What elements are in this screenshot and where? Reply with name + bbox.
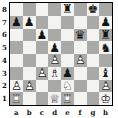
square-b5[interactable]	[23, 41, 36, 54]
square-g4[interactable]	[87, 54, 100, 67]
piece-black-bishop: ♝	[99, 67, 112, 80]
square-a3[interactable]	[10, 67, 23, 80]
file-label-a: a	[10, 107, 23, 117]
piece-white-king: ♚♔	[99, 92, 112, 105]
piece-black-queen: ♛	[74, 29, 87, 42]
piece-black-pawn: ♟	[23, 16, 36, 29]
square-e8[interactable]: ♜	[61, 3, 74, 16]
square-f1[interactable]	[74, 92, 87, 105]
square-b1[interactable]	[23, 92, 36, 105]
rank-label-7: 7	[0, 16, 9, 29]
square-d8[interactable]	[48, 3, 61, 16]
square-c2[interactable]	[36, 80, 49, 93]
square-a4[interactable]	[10, 54, 23, 67]
piece-black-rook: ♜	[99, 29, 112, 42]
square-c1[interactable]	[36, 92, 49, 105]
square-h1[interactable]: ♚♔	[99, 92, 112, 105]
square-d2[interactable]	[48, 80, 61, 93]
square-g6[interactable]	[87, 29, 100, 42]
square-d5[interactable]: ♟	[48, 41, 61, 54]
square-b2[interactable]: ♟♙	[23, 80, 36, 93]
square-f7[interactable]	[74, 16, 87, 29]
piece-white-pawn: ♟♙	[10, 80, 23, 93]
rank-label-8: 8	[0, 3, 9, 16]
rank-label-3: 3	[0, 67, 9, 80]
square-a1[interactable]: ♜♖	[10, 92, 23, 105]
square-c7[interactable]	[36, 16, 49, 29]
piece-white-pawn: ♟♙	[99, 80, 112, 93]
square-d1[interactable]: ♛♕	[48, 92, 61, 105]
square-d3[interactable]: ♝♗	[48, 67, 61, 80]
square-b6[interactable]	[23, 29, 36, 42]
rank-label-6: 6	[0, 29, 9, 42]
square-c5[interactable]	[36, 41, 49, 54]
file-label-f: f	[74, 107, 87, 117]
rank-label-4: 4	[0, 54, 9, 67]
square-g1[interactable]	[87, 92, 100, 105]
square-a5[interactable]	[10, 41, 23, 54]
square-f8[interactable]	[74, 3, 87, 16]
square-b4[interactable]	[23, 54, 36, 67]
square-a6[interactable]	[10, 29, 23, 42]
square-e4[interactable]	[61, 54, 74, 67]
piece-white-rook: ♜♖	[61, 92, 74, 105]
square-d7[interactable]	[48, 16, 61, 29]
square-e3[interactable]: ♟	[61, 67, 74, 80]
square-b7[interactable]: ♟	[23, 16, 36, 29]
square-h8[interactable]	[99, 3, 112, 16]
piece-white-pawn: ♟♙	[74, 54, 87, 67]
rank-label-5: 5	[0, 41, 9, 54]
piece-black-pawn: ♟	[99, 16, 112, 29]
square-b8[interactable]	[23, 3, 36, 16]
piece-white-rook: ♜♖	[10, 92, 23, 105]
square-f3[interactable]	[74, 67, 87, 80]
rank-label-2: 2	[0, 80, 9, 93]
piece-white-pawn: ♟♙	[48, 54, 61, 67]
square-g8[interactable]: ♚	[87, 3, 100, 16]
square-g3[interactable]	[87, 67, 100, 80]
piece-black-knight: ♞	[99, 41, 112, 54]
square-c6[interactable]: ♟	[36, 29, 49, 42]
square-f2[interactable]	[74, 80, 87, 93]
file-label-e: e	[61, 107, 74, 117]
square-e1[interactable]: ♜♖	[61, 92, 74, 105]
square-g2[interactable]	[87, 80, 100, 93]
square-h3[interactable]: ♝	[99, 67, 112, 80]
piece-black-pawn: ♟	[10, 16, 23, 29]
square-h7[interactable]: ♟	[99, 16, 112, 29]
piece-white-pawn: ♟♙	[23, 80, 36, 93]
square-f5[interactable]	[74, 41, 87, 54]
square-e7[interactable]	[61, 16, 74, 29]
file-label-c: c	[36, 107, 49, 117]
square-f4[interactable]: ♟♙	[74, 54, 87, 67]
file-label-d: d	[48, 107, 61, 117]
piece-black-pawn: ♟	[61, 67, 74, 80]
chess-diagram: 87654321 ♜♚♟♟♟♟♛♜♟♞♟♙♟♙♟♙♝♗♟♝♟♙♟♙♞♘♟♙♜♖♛…	[0, 0, 118, 118]
square-b3[interactable]	[23, 67, 36, 80]
square-e5[interactable]	[61, 41, 74, 54]
file-label-g: g	[87, 107, 100, 117]
square-a7[interactable]: ♟	[10, 16, 23, 29]
piece-white-pawn: ♟♙	[36, 67, 49, 80]
square-g7[interactable]	[87, 16, 100, 29]
square-e2[interactable]: ♞♘	[61, 80, 74, 93]
square-h2[interactable]: ♟♙	[99, 80, 112, 93]
file-label-b: b	[23, 107, 36, 117]
piece-black-pawn: ♟	[48, 41, 61, 54]
square-d6[interactable]	[48, 29, 61, 42]
square-h4[interactable]	[99, 54, 112, 67]
square-g5[interactable]	[87, 41, 100, 54]
square-c4[interactable]	[36, 54, 49, 67]
rank-labels: 87654321	[0, 3, 9, 105]
rank-label-1: 1	[0, 92, 9, 105]
piece-black-pawn: ♟	[36, 29, 49, 42]
file-label-h: h	[99, 107, 112, 117]
square-c8[interactable]	[36, 3, 49, 16]
square-a8[interactable]	[10, 3, 23, 16]
square-h5[interactable]: ♞	[99, 41, 112, 54]
file-labels: abcdefgh	[10, 107, 112, 117]
piece-black-rook: ♜	[61, 3, 74, 16]
piece-white-bishop: ♝♗	[48, 67, 61, 80]
square-h6[interactable]: ♜	[99, 29, 112, 42]
chess-board: ♜♚♟♟♟♟♛♜♟♞♟♙♟♙♟♙♝♗♟♝♟♙♟♙♞♘♟♙♜♖♛♕♜♖♚♔	[9, 2, 113, 106]
square-a2[interactable]: ♟♙	[10, 80, 23, 93]
square-f6[interactable]: ♛	[74, 29, 87, 42]
square-c3[interactable]: ♟♙	[36, 67, 49, 80]
square-d4[interactable]: ♟♙	[48, 54, 61, 67]
square-e6[interactable]	[61, 29, 74, 42]
piece-black-king: ♚	[87, 3, 100, 16]
piece-white-knight: ♞♘	[61, 80, 74, 93]
piece-white-queen: ♛♕	[48, 92, 61, 105]
